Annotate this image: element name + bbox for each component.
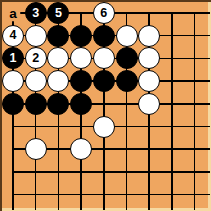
point-label-a: a	[6, 6, 20, 22]
grid-line-horizontal	[12, 171, 210, 173]
move-number: 3	[32, 7, 39, 20]
white-stone	[47, 47, 69, 69]
black-stone	[70, 93, 92, 115]
black-stone	[93, 25, 115, 47]
white-stone	[138, 47, 160, 69]
move-number: 1	[10, 52, 17, 65]
white-stone	[25, 70, 47, 92]
white-stone-move-2: 2	[25, 47, 47, 69]
black-stone	[70, 70, 92, 92]
white-stone	[93, 116, 115, 138]
black-stone	[116, 47, 138, 69]
white-stone-move-4: 4	[2, 25, 24, 47]
move-number: 6	[100, 7, 107, 20]
white-stone	[70, 47, 92, 69]
grid-line-vertical	[171, 12, 173, 210]
black-stone	[116, 70, 138, 92]
white-stone	[2, 70, 24, 92]
black-stone	[93, 70, 115, 92]
grid-line-horizontal	[12, 194, 210, 196]
board-frame-right	[208, 0, 211, 211]
black-stone	[25, 93, 47, 115]
white-stone-move-6: 6	[93, 2, 115, 24]
move-number: 5	[55, 7, 62, 20]
white-stone	[138, 25, 160, 47]
white-stone	[138, 70, 160, 92]
black-stone	[70, 25, 92, 47]
black-stone	[47, 93, 69, 115]
black-stone-move-3: 3	[25, 2, 47, 24]
board-frame-bottom	[0, 208, 211, 211]
move-number: 4	[10, 29, 17, 42]
white-stone	[93, 47, 115, 69]
move-number: 2	[32, 52, 39, 65]
white-stone	[47, 70, 69, 92]
white-stone	[25, 138, 47, 160]
white-stone	[138, 93, 160, 115]
black-stone	[2, 93, 24, 115]
black-stone-move-5: 5	[47, 2, 69, 24]
white-stone	[70, 138, 92, 160]
go-board: 356412a	[0, 0, 211, 211]
white-stone	[116, 25, 138, 47]
black-stone	[47, 25, 69, 47]
black-stone-move-1: 1	[2, 47, 24, 69]
grid-line-vertical	[194, 12, 196, 210]
white-stone	[25, 25, 47, 47]
